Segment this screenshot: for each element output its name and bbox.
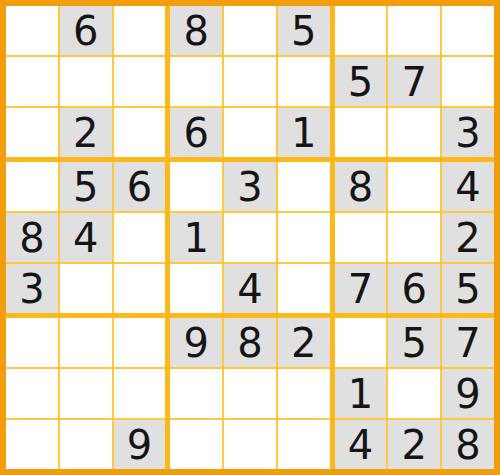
cell-r1c2[interactable]: 6 — [60, 6, 112, 55]
cell-r6c9[interactable]: 5 — [442, 264, 494, 313]
cell-r9c8[interactable]: 2 — [388, 420, 440, 469]
cell-r9c2[interactable] — [60, 420, 112, 469]
cell-r5c6[interactable] — [278, 213, 330, 262]
cell-r6c2[interactable] — [60, 264, 112, 313]
cell-r2c2[interactable] — [60, 57, 112, 106]
cell-r1c9[interactable] — [442, 6, 494, 55]
cell-r8c1[interactable] — [6, 369, 58, 418]
cell-r3c9[interactable]: 3 — [442, 108, 494, 157]
cell-r1c4[interactable]: 8 — [170, 6, 222, 55]
cell-r2c5[interactable] — [224, 57, 276, 106]
cell-r6c3[interactable] — [114, 264, 166, 313]
cell-r6c7[interactable]: 7 — [335, 264, 387, 313]
cell-r8c2[interactable] — [60, 369, 112, 418]
cell-r6c5[interactable]: 4 — [224, 264, 276, 313]
cell-r2c3[interactable] — [114, 57, 166, 106]
cell-r8c4[interactable] — [170, 369, 222, 418]
cell-r2c6[interactable] — [278, 57, 330, 106]
cell-r5c4[interactable]: 1 — [170, 213, 222, 262]
cell-r8c7[interactable]: 1 — [335, 369, 387, 418]
cell-r8c8[interactable] — [388, 369, 440, 418]
box-2-3: 842765 — [335, 162, 494, 313]
cell-r7c7[interactable] — [335, 318, 387, 367]
cell-r7c3[interactable] — [114, 318, 166, 367]
cell-r7c4[interactable]: 9 — [170, 318, 222, 367]
cell-r7c5[interactable]: 8 — [224, 318, 276, 367]
cell-r4c1[interactable] — [6, 162, 58, 211]
cell-r3c1[interactable] — [6, 108, 58, 157]
box-1-1: 62 — [6, 6, 165, 157]
cell-r5c3[interactable] — [114, 213, 166, 262]
cell-r1c6[interactable]: 5 — [278, 6, 330, 55]
cell-r8c6[interactable] — [278, 369, 330, 418]
cell-r5c7[interactable] — [335, 213, 387, 262]
cell-r2c7[interactable]: 5 — [335, 57, 387, 106]
cell-r4c8[interactable] — [388, 162, 440, 211]
cell-r3c6[interactable]: 1 — [278, 108, 330, 157]
cell-r6c8[interactable]: 6 — [388, 264, 440, 313]
sudoku-board: 6285615735684331484276599825719428 — [0, 0, 500, 475]
box-3-3: 5719428 — [335, 318, 494, 469]
cell-r9c6[interactable] — [278, 420, 330, 469]
cell-r5c1[interactable]: 8 — [6, 213, 58, 262]
box-1-2: 8561 — [170, 6, 329, 157]
cell-r9c3[interactable]: 9 — [114, 420, 166, 469]
cell-r3c3[interactable] — [114, 108, 166, 157]
cell-r3c4[interactable]: 6 — [170, 108, 222, 157]
cell-r1c3[interactable] — [114, 6, 166, 55]
cell-r7c8[interactable]: 5 — [388, 318, 440, 367]
cell-r2c4[interactable] — [170, 57, 222, 106]
cell-r4c3[interactable]: 6 — [114, 162, 166, 211]
cell-r7c6[interactable]: 2 — [278, 318, 330, 367]
cell-r7c9[interactable]: 7 — [442, 318, 494, 367]
cell-r7c2[interactable] — [60, 318, 112, 367]
box-3-2: 982 — [170, 318, 329, 469]
cell-r4c9[interactable]: 4 — [442, 162, 494, 211]
box-3-1: 9 — [6, 318, 165, 469]
cell-r1c1[interactable] — [6, 6, 58, 55]
cell-r4c7[interactable]: 8 — [335, 162, 387, 211]
cell-r5c8[interactable] — [388, 213, 440, 262]
cell-r6c4[interactable] — [170, 264, 222, 313]
cell-r6c1[interactable]: 3 — [6, 264, 58, 313]
cell-r2c8[interactable]: 7 — [388, 57, 440, 106]
cell-r3c8[interactable] — [388, 108, 440, 157]
cell-r2c9[interactable] — [442, 57, 494, 106]
cell-r4c6[interactable] — [278, 162, 330, 211]
cell-r2c1[interactable] — [6, 57, 58, 106]
cell-r9c9[interactable]: 8 — [442, 420, 494, 469]
cell-r8c5[interactable] — [224, 369, 276, 418]
cell-r9c1[interactable] — [6, 420, 58, 469]
cell-r4c2[interactable]: 5 — [60, 162, 112, 211]
box-1-3: 573 — [335, 6, 494, 157]
cell-r7c1[interactable] — [6, 318, 58, 367]
box-2-1: 56843 — [6, 162, 165, 313]
cell-r4c5[interactable]: 3 — [224, 162, 276, 211]
cell-r5c5[interactable] — [224, 213, 276, 262]
cell-r9c5[interactable] — [224, 420, 276, 469]
cell-r4c4[interactable] — [170, 162, 222, 211]
cell-r5c2[interactable]: 4 — [60, 213, 112, 262]
cell-r5c9[interactable]: 2 — [442, 213, 494, 262]
cell-r1c7[interactable] — [335, 6, 387, 55]
box-2-2: 314 — [170, 162, 329, 313]
cell-r3c2[interactable]: 2 — [60, 108, 112, 157]
cell-r8c9[interactable]: 9 — [442, 369, 494, 418]
cell-r9c4[interactable] — [170, 420, 222, 469]
cell-r3c7[interactable] — [335, 108, 387, 157]
cell-r6c6[interactable] — [278, 264, 330, 313]
cell-r1c5[interactable] — [224, 6, 276, 55]
cell-r1c8[interactable] — [388, 6, 440, 55]
cell-r9c7[interactable]: 4 — [335, 420, 387, 469]
cell-r8c3[interactable] — [114, 369, 166, 418]
cell-r3c5[interactable] — [224, 108, 276, 157]
